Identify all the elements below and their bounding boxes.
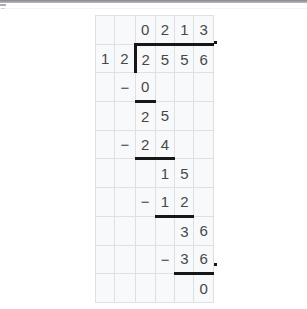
grid-row-7: −12 <box>96 188 214 217</box>
cell-r3c3: 0 <box>135 73 155 102</box>
cell-r7c4: 1 <box>155 188 174 217</box>
cell-r7c5: 2 <box>175 188 194 217</box>
cell-r6c1 <box>96 159 115 188</box>
grid-row-8: 36 <box>96 216 214 245</box>
top-divider-line <box>0 0 307 3</box>
cell-r6c3 <box>135 159 155 188</box>
cell-r2c3: 2 <box>135 44 155 73</box>
cell-r5c2: − <box>115 130 135 159</box>
cell-r3c2: − <box>115 73 135 102</box>
cell-r1c4: 2 <box>155 16 174 45</box>
grid-body: 0213122556−025−2415−1236−360 <box>96 16 214 303</box>
cell-r6c4: 1 <box>155 159 174 188</box>
cell-r5c5 <box>175 130 194 159</box>
cell-r7c2 <box>115 188 135 217</box>
cell-r10c5 <box>175 274 194 303</box>
cell-r8c6: 6 <box>194 216 213 245</box>
grid-row-1: 0213 <box>96 16 214 45</box>
cell-r1c3: 0 <box>135 16 155 45</box>
cell-r5c3: 2 <box>135 130 155 159</box>
grid-row-6: 15 <box>96 159 214 188</box>
cell-r4c3: 2 <box>135 102 155 131</box>
long-division-diagram: 0213122556−025−2415−1236−360 <box>95 15 214 303</box>
cell-r3c1 <box>96 73 115 102</box>
cell-r8c2 <box>115 216 135 245</box>
cell-r5c6 <box>194 130 213 159</box>
cell-r10c2 <box>115 274 135 303</box>
cell-r4c5 <box>175 102 194 131</box>
cell-r2c5: 5 <box>175 44 194 73</box>
grid-row-9: −36 <box>96 245 214 274</box>
long-division-grid: 0213122556−025−2415−1236−360 <box>95 15 214 303</box>
cell-r5c4: 4 <box>155 130 174 159</box>
page: 0213122556−025−2415−1236−360 <box>0 0 307 309</box>
cell-r10c4 <box>155 274 174 303</box>
cell-r3c5 <box>175 73 194 102</box>
cell-r9c3 <box>135 245 155 274</box>
cell-r7c1 <box>96 188 115 217</box>
final-rule-overhang <box>214 263 217 266</box>
grid-row-2: 122556 <box>96 44 214 73</box>
cell-r10c1 <box>96 274 115 303</box>
clipped-text-fragment <box>0 4 7 11</box>
cell-r1c1 <box>96 16 115 45</box>
cell-r1c2 <box>115 16 135 45</box>
cell-r9c4: − <box>155 245 174 274</box>
cell-r4c2 <box>115 102 135 131</box>
cell-r5c1 <box>96 130 115 159</box>
cell-r9c5: 3 <box>175 245 194 274</box>
cell-r9c1 <box>96 245 115 274</box>
faint-divider-line <box>0 8 307 9</box>
cell-r7c6 <box>194 188 213 217</box>
cell-r9c6: 6 <box>194 245 213 274</box>
cell-r4c1 <box>96 102 115 131</box>
grid-row-3: −0 <box>96 73 214 102</box>
cell-r6c5: 5 <box>175 159 194 188</box>
grid-row-4: 25 <box>96 102 214 131</box>
cell-r6c2 <box>115 159 135 188</box>
bracket-line-overhang <box>214 41 217 44</box>
cell-r3c4 <box>155 73 174 102</box>
cell-r9c2 <box>115 245 135 274</box>
cell-r8c1 <box>96 216 115 245</box>
cell-r8c5: 3 <box>175 216 194 245</box>
cell-r10c3 <box>135 274 155 303</box>
cell-r4c6 <box>194 102 213 131</box>
cell-r6c6 <box>194 159 213 188</box>
cell-r1c5: 1 <box>175 16 194 45</box>
grid-row-5: −24 <box>96 130 214 159</box>
cell-r2c6: 6 <box>194 44 213 73</box>
grid-row-10: 0 <box>96 274 214 303</box>
cell-r2c4: 5 <box>155 44 174 73</box>
cell-r8c4 <box>155 216 174 245</box>
cell-r4c4: 5 <box>155 102 174 131</box>
cell-r2c1: 1 <box>96 44 115 73</box>
cell-r3c6 <box>194 73 213 102</box>
cell-r8c3 <box>135 216 155 245</box>
cell-r1c6: 3 <box>194 16 213 45</box>
cell-r10c6: 0 <box>194 274 213 303</box>
cell-r7c3: − <box>135 188 155 217</box>
cell-r2c2: 2 <box>115 44 135 73</box>
